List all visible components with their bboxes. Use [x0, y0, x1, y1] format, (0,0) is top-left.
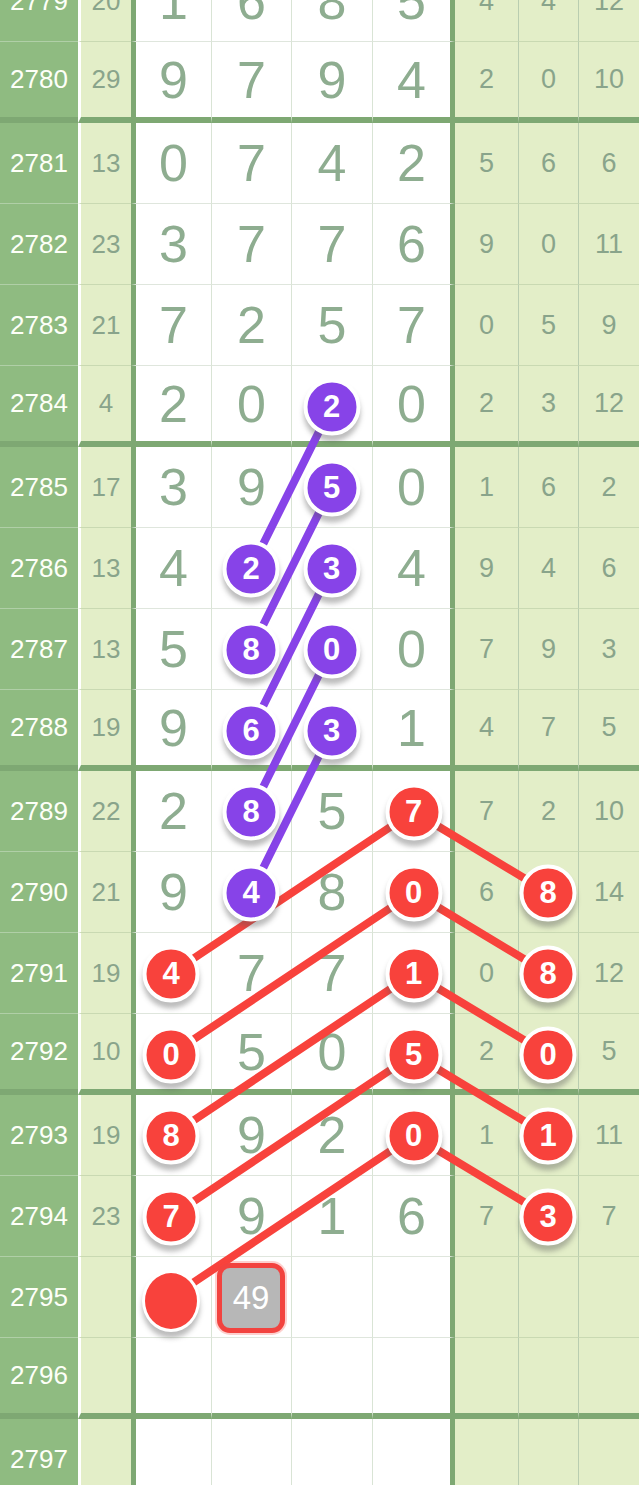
digit-cell: 5: [372, 0, 455, 42]
stat-cell: 14: [578, 852, 639, 933]
sum-cell: 13: [78, 123, 131, 204]
stat-cell: 5: [578, 1014, 639, 1095]
highlight-circle-red: 8: [520, 945, 577, 1002]
stat-cell: 6: [455, 852, 518, 933]
digit-cell: 0: [372, 366, 455, 447]
stat-cell: 2: [455, 42, 518, 123]
highlight-circle-purple: 3: [303, 702, 360, 759]
period-cell: 2796: [0, 1338, 78, 1419]
period-cell: 2789: [0, 771, 78, 852]
digit-cell: 1: [291, 1176, 372, 1257]
digit-cell: 8: [291, 0, 372, 42]
table-row: 27792016854412: [0, 0, 639, 42]
miss-count-box: 49: [217, 1263, 285, 1333]
digit-cell: [291, 1419, 372, 1485]
stat-cell: 7: [455, 771, 518, 852]
stat-cell: [455, 1419, 518, 1485]
sum-cell: [78, 1257, 131, 1338]
stat-cell: 1: [455, 447, 518, 528]
stat-cell: 9: [518, 609, 578, 690]
table-row: 2783217257059: [0, 285, 639, 366]
sum-cell: 19: [78, 933, 131, 1014]
highlight-circle-red: 8: [143, 1107, 200, 1164]
digit-cell: 5: [291, 771, 372, 852]
period-cell: 2794: [0, 1176, 78, 1257]
stat-cell: 5: [518, 285, 578, 366]
sum-cell: 23: [78, 204, 131, 285]
stat-cell: [455, 1257, 518, 1338]
digit-cell: 9: [131, 42, 211, 123]
table-row: 27892228577210: [0, 771, 639, 852]
digit-cell: 9: [131, 852, 211, 933]
period-cell: 2795: [0, 1257, 78, 1338]
stat-cell: [518, 1338, 578, 1419]
period-cell: 2787: [0, 609, 78, 690]
digit-cell: 0: [372, 609, 455, 690]
highlight-circle-purple: 6: [223, 702, 280, 759]
stat-cell: 5: [455, 123, 518, 204]
highlight-circle-purple: 2: [303, 378, 360, 435]
table-row: 2797: [0, 1419, 639, 1485]
highlight-circle-red: 8: [520, 864, 577, 921]
stat-cell: 1: [455, 1095, 518, 1176]
digit-cell: 0: [372, 447, 455, 528]
digit-cell: 7: [211, 204, 291, 285]
digit-cell: 5: [131, 609, 211, 690]
sum-cell: 22: [78, 771, 131, 852]
highlight-circle-red: 5: [385, 1026, 442, 1083]
highlight-circle-red: 4: [143, 945, 200, 1002]
stat-cell: 11: [578, 1095, 639, 1176]
digit-cell: 4: [291, 123, 372, 204]
digit-cell: 7: [291, 933, 372, 1014]
stat-cell: 0: [518, 42, 578, 123]
highlight-circle-red: 7: [143, 1188, 200, 1245]
digit-cell: 9: [211, 1176, 291, 1257]
digit-cell: [372, 1419, 455, 1485]
sum-cell: 10: [78, 1014, 131, 1095]
period-cell: 2781: [0, 123, 78, 204]
highlight-circle-red: 7: [385, 783, 442, 840]
digit-cell: 7: [211, 123, 291, 204]
digit-cell: 7: [131, 285, 211, 366]
stat-cell: 2: [578, 447, 639, 528]
digit-cell: 1: [372, 690, 455, 771]
stat-cell: 0: [455, 285, 518, 366]
table-row: 2796: [0, 1338, 639, 1419]
stat-cell: 3: [518, 366, 578, 447]
sum-cell: 13: [78, 609, 131, 690]
digit-cell: 9: [291, 42, 372, 123]
stat-cell: 4: [455, 690, 518, 771]
sum-cell: 29: [78, 42, 131, 123]
period-cell: 2786: [0, 528, 78, 609]
highlight-circle-purple: 2: [223, 540, 280, 597]
stat-cell: 11: [578, 204, 639, 285]
table-row: 27822337769011: [0, 204, 639, 285]
sum-cell: 19: [78, 1095, 131, 1176]
highlight-circle-red: 1: [385, 945, 442, 1002]
digit-cell: 7: [211, 42, 291, 123]
stat-cell: [578, 1419, 639, 1485]
stat-cell: 7: [578, 1176, 639, 1257]
stat-cell: 2: [518, 771, 578, 852]
sum-cell: [78, 1419, 131, 1485]
digit-cell: [131, 1338, 211, 1419]
digit-cell: 7: [211, 933, 291, 1014]
digit-cell: 6: [211, 0, 291, 42]
stat-cell: 10: [578, 771, 639, 852]
sum-cell: 20: [78, 0, 131, 42]
highlight-circle-purple: 5: [303, 459, 360, 516]
stat-cell: 9: [455, 528, 518, 609]
period-cell: 2788: [0, 690, 78, 771]
sum-cell: 21: [78, 852, 131, 933]
digit-cell: 2: [211, 285, 291, 366]
digit-cell: [211, 1419, 291, 1485]
digit-cell: 2: [372, 123, 455, 204]
stat-cell: 5: [578, 690, 639, 771]
highlight-circle-purple: 8: [223, 783, 280, 840]
table-row: 27802997942010: [0, 42, 639, 123]
highlight-circle-purple: 3: [303, 540, 360, 597]
sum-cell: [78, 1338, 131, 1419]
digit-cell: 2: [291, 1095, 372, 1176]
stat-cell: [578, 1338, 639, 1419]
stat-cell: 9: [578, 285, 639, 366]
period-cell: 2783: [0, 285, 78, 366]
period-cell: 2782: [0, 204, 78, 285]
table-row: 2795: [0, 1257, 639, 1338]
table-row: 2781130742566: [0, 123, 639, 204]
highlight-circle-red: 0: [385, 864, 442, 921]
period-cell: 2780: [0, 42, 78, 123]
digit-cell: [131, 1419, 211, 1485]
digit-cell: 5: [211, 1014, 291, 1095]
stat-cell: 0: [455, 933, 518, 1014]
stat-cell: 0: [518, 204, 578, 285]
stat-cell: 4: [518, 0, 578, 42]
sum-cell: 4: [78, 366, 131, 447]
period-cell: 2791: [0, 933, 78, 1014]
stat-cell: 6: [578, 123, 639, 204]
digit-cell: [291, 1257, 372, 1338]
highlight-circle-purple: 8: [223, 621, 280, 678]
digit-cell: [372, 1338, 455, 1419]
stat-cell: 7: [518, 690, 578, 771]
period-cell: 2784: [0, 366, 78, 447]
period-cell: 2797: [0, 1419, 78, 1485]
digit-cell: 7: [372, 285, 455, 366]
digit-cell: 4: [372, 42, 455, 123]
stat-cell: 12: [578, 933, 639, 1014]
prediction-dot: [142, 1270, 200, 1332]
period-cell: 2790: [0, 852, 78, 933]
digit-cell: 0: [291, 1014, 372, 1095]
stat-cell: 3: [578, 609, 639, 690]
digit-cell: 4: [131, 528, 211, 609]
digit-cell: 5: [291, 285, 372, 366]
period-cell: 2785: [0, 447, 78, 528]
highlight-circle-red: 3: [520, 1188, 577, 1245]
highlight-circle-red: 0: [143, 1026, 200, 1083]
sum-cell: 13: [78, 528, 131, 609]
stat-cell: 12: [578, 0, 639, 42]
digit-cell: 7: [291, 204, 372, 285]
stat-cell: [518, 1257, 578, 1338]
stat-cell: 6: [518, 123, 578, 204]
highlight-circle-red: 1: [520, 1107, 577, 1164]
stat-cell: 6: [578, 528, 639, 609]
stat-cell: 4: [455, 0, 518, 42]
stat-cell: [578, 1257, 639, 1338]
digit-cell: [372, 1257, 455, 1338]
stat-cell: 12: [578, 366, 639, 447]
stat-cell: 10: [578, 42, 639, 123]
sum-cell: 19: [78, 690, 131, 771]
digit-cell: 0: [211, 366, 291, 447]
digit-cell: 4: [372, 528, 455, 609]
period-cell: 2779: [0, 0, 78, 42]
highlight-circle-red: 0: [385, 1107, 442, 1164]
stat-cell: 6: [518, 447, 578, 528]
digit-cell: 8: [291, 852, 372, 933]
highlight-circle-red: 0: [520, 1026, 577, 1083]
stat-cell: 2: [455, 366, 518, 447]
digit-cell: 2: [131, 366, 211, 447]
sum-cell: 23: [78, 1176, 131, 1257]
digit-cell: 6: [372, 204, 455, 285]
trend-board: 2779201685441227802997942010278113074256…: [0, 0, 639, 1485]
digit-cell: 9: [131, 690, 211, 771]
period-cell: 2793: [0, 1095, 78, 1176]
period-cell: 2792: [0, 1014, 78, 1095]
trend-board-inner: 2779201685441227802997942010278113074256…: [0, 0, 639, 1485]
stat-cell: 7: [455, 1176, 518, 1257]
digit-cell: 6: [372, 1176, 455, 1257]
sum-cell: 17: [78, 447, 131, 528]
highlight-circle-purple: 4: [223, 864, 280, 921]
digit-cell: [211, 1338, 291, 1419]
digit-cell: 2: [131, 771, 211, 852]
digit-cell: [291, 1338, 372, 1419]
digit-cell: 9: [211, 1095, 291, 1176]
digit-cell: 9: [211, 447, 291, 528]
stat-cell: 7: [455, 609, 518, 690]
digit-cell: 0: [131, 123, 211, 204]
sum-cell: 21: [78, 285, 131, 366]
stat-cell: 9: [455, 204, 518, 285]
digit-cell: 3: [131, 204, 211, 285]
stat-cell: 4: [518, 528, 578, 609]
stat-cell: [455, 1338, 518, 1419]
digit-cell: 3: [131, 447, 211, 528]
digit-cell: 1: [131, 0, 211, 42]
highlight-circle-purple: 0: [303, 621, 360, 678]
stat-cell: 2: [455, 1014, 518, 1095]
stat-cell: [518, 1419, 578, 1485]
